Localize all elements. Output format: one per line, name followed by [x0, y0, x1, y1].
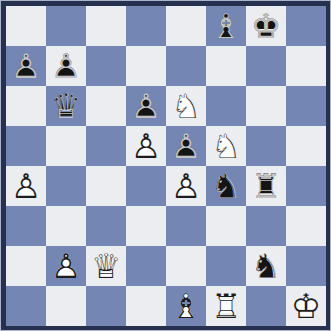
square-d7[interactable]	[126, 46, 166, 86]
square-e8[interactable]	[166, 6, 206, 46]
square-a6[interactable]	[6, 86, 46, 126]
square-f2[interactable]	[206, 246, 246, 286]
square-c5[interactable]	[86, 126, 126, 166]
black-king-outline: ♔	[246, 6, 286, 46]
square-h5[interactable]	[286, 126, 326, 166]
white-pawn-outline: ♙	[166, 166, 206, 206]
black-king-g8[interactable]: ♚♔	[246, 6, 286, 46]
white-pawn-a4[interactable]: ♟♙	[6, 166, 46, 206]
square-h1[interactable]: ♚♔	[286, 286, 326, 326]
square-g7[interactable]	[246, 46, 286, 86]
white-pawn-outline: ♙	[126, 126, 166, 166]
black-bishop-f8[interactable]: ♝♗	[206, 6, 246, 46]
white-bishop-outline: ♗	[166, 286, 206, 326]
square-f4[interactable]: ♞♘	[206, 166, 246, 206]
square-e6[interactable]: ♞♘	[166, 86, 206, 126]
square-e7[interactable]	[166, 46, 206, 86]
black-pawn-outline: ♙	[166, 126, 206, 166]
black-pawn-e5[interactable]: ♟♙	[166, 126, 206, 166]
black-bishop-outline: ♗	[206, 6, 246, 46]
square-d2[interactable]	[126, 246, 166, 286]
square-b2[interactable]: ♟♙	[46, 246, 86, 286]
square-f8[interactable]: ♝♗	[206, 6, 246, 46]
square-d8[interactable]	[126, 6, 166, 46]
black-knight-outline: ♘	[246, 246, 286, 286]
square-h7[interactable]	[286, 46, 326, 86]
square-h4[interactable]	[286, 166, 326, 206]
square-d6[interactable]: ♟♙	[126, 86, 166, 126]
white-king-outline: ♔	[286, 286, 326, 326]
square-f1[interactable]: ♜♖	[206, 286, 246, 326]
square-e3[interactable]	[166, 206, 206, 246]
black-knight-g2[interactable]: ♞♘	[246, 246, 286, 286]
square-a1[interactable]	[6, 286, 46, 326]
black-pawn-outline: ♙	[46, 46, 86, 86]
black-knight-outline: ♘	[206, 166, 246, 206]
white-bishop-e1[interactable]: ♝♗	[166, 286, 206, 326]
white-knight-f5[interactable]: ♞♘	[206, 126, 246, 166]
square-d5[interactable]: ♟♙	[126, 126, 166, 166]
black-pawn-a7[interactable]: ♟♙	[6, 46, 46, 86]
square-g6[interactable]	[246, 86, 286, 126]
white-pawn-e4[interactable]: ♟♙	[166, 166, 206, 206]
square-h3[interactable]	[286, 206, 326, 246]
square-c6[interactable]	[86, 86, 126, 126]
square-e1[interactable]: ♝♗	[166, 286, 206, 326]
black-pawn-outline: ♙	[126, 86, 166, 126]
square-b1[interactable]	[46, 286, 86, 326]
white-rook-f1[interactable]: ♜♖	[206, 286, 246, 326]
square-g4[interactable]: ♜♖	[246, 166, 286, 206]
black-rook-outline: ♖	[246, 166, 286, 206]
white-knight-outline: ♘	[166, 86, 206, 126]
black-knight-f4[interactable]: ♞♘	[206, 166, 246, 206]
black-queen-outline: ♕	[46, 86, 86, 126]
square-g5[interactable]	[246, 126, 286, 166]
square-a4[interactable]: ♟♙	[6, 166, 46, 206]
square-d1[interactable]	[126, 286, 166, 326]
square-a7[interactable]: ♟♙	[6, 46, 46, 86]
square-h2[interactable]	[286, 246, 326, 286]
black-rook-g4[interactable]: ♜♖	[246, 166, 286, 206]
square-d4[interactable]	[126, 166, 166, 206]
square-f6[interactable]	[206, 86, 246, 126]
square-b4[interactable]	[46, 166, 86, 206]
square-c4[interactable]	[86, 166, 126, 206]
square-a2[interactable]	[6, 246, 46, 286]
square-a5[interactable]	[6, 126, 46, 166]
square-d3[interactable]	[126, 206, 166, 246]
white-pawn-b2[interactable]: ♟♙	[46, 246, 86, 286]
square-c2[interactable]: ♛♕	[86, 246, 126, 286]
square-a3[interactable]	[6, 206, 46, 246]
square-g1[interactable]	[246, 286, 286, 326]
square-f3[interactable]	[206, 206, 246, 246]
square-c1[interactable]	[86, 286, 126, 326]
white-king-h1[interactable]: ♚♔	[286, 286, 326, 326]
white-pawn-d5[interactable]: ♟♙	[126, 126, 166, 166]
square-b6[interactable]: ♛♕	[46, 86, 86, 126]
square-b5[interactable]	[46, 126, 86, 166]
square-g3[interactable]	[246, 206, 286, 246]
square-h8[interactable]	[286, 6, 326, 46]
square-e4[interactable]: ♟♙	[166, 166, 206, 206]
square-f5[interactable]: ♞♘	[206, 126, 246, 166]
square-e5[interactable]: ♟♙	[166, 126, 206, 166]
square-b3[interactable]	[46, 206, 86, 246]
square-g8[interactable]: ♚♔	[246, 6, 286, 46]
square-c3[interactable]	[86, 206, 126, 246]
square-c8[interactable]	[86, 6, 126, 46]
black-pawn-outline: ♙	[6, 46, 46, 86]
chess-board: ♝♗♚♔♟♙♟♙♛♕♟♙♞♘♟♙♟♙♞♘♟♙♟♙♞♘♜♖♟♙♛♕♞♘♝♗♜♖♚♔	[6, 6, 326, 326]
white-knight-outline: ♘	[206, 126, 246, 166]
square-b7[interactable]: ♟♙	[46, 46, 86, 86]
square-g2[interactable]: ♞♘	[246, 246, 286, 286]
white-rook-outline: ♖	[206, 286, 246, 326]
white-knight-e6[interactable]: ♞♘	[166, 86, 206, 126]
square-f7[interactable]	[206, 46, 246, 86]
square-b8[interactable]	[46, 6, 86, 46]
black-pawn-b7[interactable]: ♟♙	[46, 46, 86, 86]
black-queen-b6[interactable]: ♛♕	[46, 86, 86, 126]
square-a8[interactable]	[6, 6, 46, 46]
white-pawn-outline: ♙	[6, 166, 46, 206]
white-pawn-outline: ♙	[46, 246, 86, 286]
board-frame: ♝♗♚♔♟♙♟♙♛♕♟♙♞♘♟♙♟♙♞♘♟♙♟♙♞♘♜♖♟♙♛♕♞♘♝♗♜♖♚♔	[0, 0, 331, 331]
square-h6[interactable]	[286, 86, 326, 126]
black-pawn-d6[interactable]: ♟♙	[126, 86, 166, 126]
white-queen-outline: ♕	[86, 246, 126, 286]
white-queen-c2[interactable]: ♛♕	[86, 246, 126, 286]
square-c7[interactable]	[86, 46, 126, 86]
square-e2[interactable]	[166, 246, 206, 286]
